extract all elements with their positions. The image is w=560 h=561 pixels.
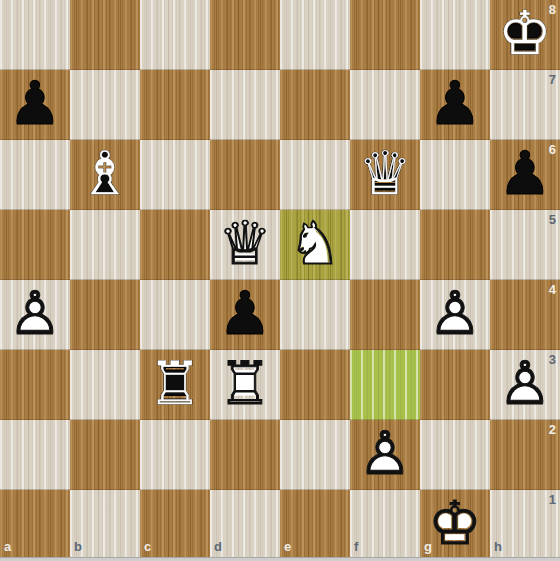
square-d4[interactable]: ♟ [210,280,280,350]
black-pawn[interactable]: ♟ [420,70,490,140]
square-b6[interactable]: ♝♗ [70,140,140,210]
square-g6[interactable] [420,140,490,210]
file-label-e: e [284,539,291,554]
square-f4[interactable] [350,280,420,350]
square-c1[interactable]: c [140,490,210,560]
square-c7[interactable] [140,70,210,140]
square-d3[interactable]: ♜♖ [210,350,280,420]
file-label-b: b [74,539,82,554]
square-h2[interactable]: 2 [490,420,560,490]
square-a1[interactable]: a [0,490,70,560]
rank-label-7: 7 [549,72,556,87]
square-f8[interactable] [350,0,420,70]
square-c8[interactable] [140,0,210,70]
black-rook[interactable]: ♜♖ [140,350,210,420]
square-h8[interactable]: ♚♔8 [490,0,560,70]
white-king[interactable]: ♚♔ [420,490,490,560]
square-g3[interactable] [420,350,490,420]
black-pawn[interactable]: ♟ [210,280,280,350]
black-queen[interactable]: ♛♕ [350,140,420,210]
square-f3[interactable] [350,350,420,420]
square-d2[interactable] [210,420,280,490]
page-edge-strip [0,557,560,561]
square-e3[interactable] [280,350,350,420]
square-a8[interactable] [0,0,70,70]
square-d6[interactable] [210,140,280,210]
square-g7[interactable]: ♟ [420,70,490,140]
square-g2[interactable] [420,420,490,490]
square-d7[interactable] [210,70,280,140]
square-e5[interactable]: ♞♘ [280,210,350,280]
square-e2[interactable] [280,420,350,490]
square-g4[interactable]: ♟♙ [420,280,490,350]
file-label-a: a [4,539,11,554]
square-f2[interactable]: ♟♙ [350,420,420,490]
square-a2[interactable] [0,420,70,490]
square-h5[interactable]: 5 [490,210,560,280]
square-f5[interactable] [350,210,420,280]
square-e6[interactable] [280,140,350,210]
square-g5[interactable] [420,210,490,280]
file-label-h: h [494,539,502,554]
white-rook[interactable]: ♜♖ [210,350,280,420]
square-a4[interactable]: ♟♙ [0,280,70,350]
rank-label-5: 5 [549,212,556,227]
chess-board-stage: ♚♔8♟♟7♝♗♛♕♟6♛♕♞♘5♟♙♟♟♙4♜♖♜♖♟♙3♟♙2abcdef♚… [0,0,560,561]
file-label-d: d [214,539,222,554]
white-pawn[interactable]: ♟♙ [420,280,490,350]
square-a7[interactable]: ♟ [0,70,70,140]
square-e4[interactable] [280,280,350,350]
square-b4[interactable] [70,280,140,350]
rank-label-4: 4 [549,282,556,297]
square-d5[interactable]: ♛♕ [210,210,280,280]
square-b3[interactable] [70,350,140,420]
square-b8[interactable] [70,0,140,70]
square-f7[interactable] [350,70,420,140]
square-c2[interactable] [140,420,210,490]
white-pawn[interactable]: ♟♙ [490,350,560,420]
square-h3[interactable]: ♟♙3 [490,350,560,420]
square-c4[interactable] [140,280,210,350]
square-f6[interactable]: ♛♕ [350,140,420,210]
square-d8[interactable] [210,0,280,70]
square-a6[interactable] [0,140,70,210]
file-label-c: c [144,539,151,554]
square-h7[interactable]: 7 [490,70,560,140]
white-pawn[interactable]: ♟♙ [0,280,70,350]
square-c5[interactable] [140,210,210,280]
square-g1[interactable]: ♚♔g [420,490,490,560]
file-label-f: f [354,539,358,554]
square-e7[interactable] [280,70,350,140]
square-h6[interactable]: ♟6 [490,140,560,210]
square-h1[interactable]: 1h [490,490,560,560]
black-pawn[interactable]: ♟ [490,140,560,210]
white-pawn[interactable]: ♟♙ [350,420,420,490]
chess-board: ♚♔8♟♟7♝♗♛♕♟6♛♕♞♘5♟♙♟♟♙4♜♖♜♖♟♙3♟♙2abcdef♚… [0,0,560,560]
square-b5[interactable] [70,210,140,280]
square-h4[interactable]: 4 [490,280,560,350]
square-c3[interactable]: ♜♖ [140,350,210,420]
square-e8[interactable] [280,0,350,70]
rank-label-1: 1 [549,492,556,507]
white-knight[interactable]: ♞♘ [280,210,350,280]
square-c6[interactable] [140,140,210,210]
square-g8[interactable] [420,0,490,70]
square-b2[interactable] [70,420,140,490]
black-pawn[interactable]: ♟ [0,70,70,140]
black-bishop[interactable]: ♝♗ [70,140,140,210]
white-queen[interactable]: ♛♕ [210,210,280,280]
square-f1[interactable]: f [350,490,420,560]
square-a3[interactable] [0,350,70,420]
square-b1[interactable]: b [70,490,140,560]
square-a5[interactable] [0,210,70,280]
black-king[interactable]: ♚♔ [490,0,560,70]
square-e1[interactable]: e [280,490,350,560]
rank-label-2: 2 [549,422,556,437]
square-d1[interactable]: d [210,490,280,560]
square-b7[interactable] [70,70,140,140]
